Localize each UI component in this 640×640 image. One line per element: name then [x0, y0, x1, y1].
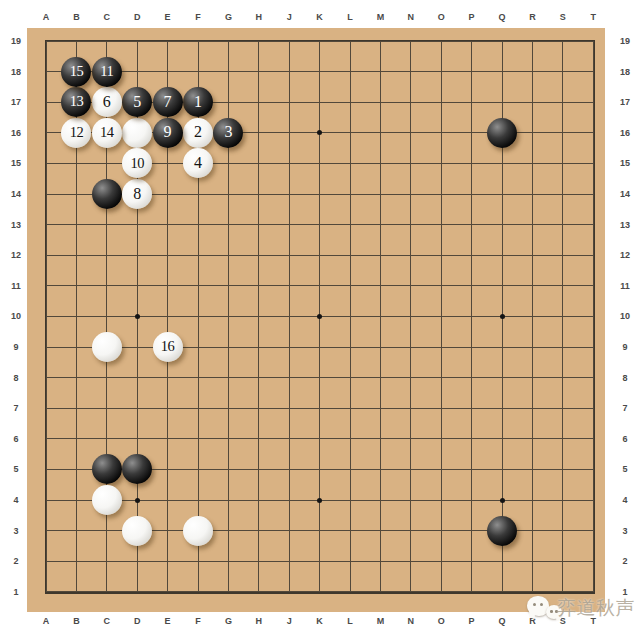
row-label-left-9: 9	[13, 342, 18, 352]
move-number-10: 10	[130, 156, 144, 172]
grid-line-vertical	[380, 41, 381, 592]
stone-white-d15: 10	[122, 148, 152, 178]
col-label-bottom-k: K	[316, 616, 323, 626]
watermark-text: 弈道秋声	[557, 596, 635, 618]
move-number-11: 11	[100, 64, 113, 80]
row-label-right-14: 14	[620, 189, 630, 199]
row-label-right-10: 10	[620, 311, 630, 321]
row-label-left-6: 6	[13, 434, 18, 444]
row-label-right-11: 11	[620, 281, 630, 291]
col-label-bottom-e: E	[165, 616, 171, 626]
row-label-right-19: 19	[620, 36, 630, 46]
stone-black-c5	[92, 454, 122, 484]
move-number-13: 13	[70, 94, 84, 110]
stone-white-d14: 8	[122, 179, 152, 209]
row-label-right-5: 5	[622, 464, 627, 474]
stone-black-b18: 15	[61, 57, 91, 87]
grid-line-vertical	[350, 41, 351, 592]
row-label-left-1: 1	[13, 587, 18, 597]
stone-white-c17: 6	[92, 87, 122, 117]
move-number-7: 7	[164, 94, 172, 111]
row-label-right-15: 15	[620, 158, 630, 168]
col-label-bottom-q: Q	[498, 616, 505, 626]
row-label-left-11: 11	[11, 281, 21, 291]
wechat-icon-eye	[550, 610, 553, 613]
row-label-left-3: 3	[13, 526, 18, 536]
col-label-top-o: O	[438, 12, 445, 22]
move-number-9: 9	[164, 124, 172, 141]
stone-black-e16: 9	[153, 118, 183, 148]
stone-white-f15: 4	[183, 148, 213, 178]
col-label-top-c: C	[104, 12, 111, 22]
col-label-bottom-l: L	[347, 616, 353, 626]
star-point-d10	[135, 314, 140, 319]
star-point-d4	[135, 498, 140, 503]
stone-black-q3	[487, 516, 517, 546]
row-label-left-14: 14	[11, 189, 21, 199]
stone-black-e17: 7	[153, 87, 183, 117]
row-label-left-15: 15	[11, 158, 21, 168]
row-label-right-9: 9	[622, 342, 627, 352]
move-number-6: 6	[103, 94, 111, 111]
go-diagram: 弈道秋声 AABBCCDDEEFFGGHHJJKKLLMMNNOOPPQQRRS…	[0, 0, 640, 640]
grid-line-horizontal	[46, 591, 593, 592]
col-label-top-t: T	[590, 12, 596, 22]
row-label-right-2: 2	[622, 556, 627, 566]
row-label-right-8: 8	[622, 373, 627, 383]
stone-black-d17: 5	[122, 87, 152, 117]
wechat-icon-eye	[533, 603, 536, 606]
move-number-12: 12	[70, 125, 84, 141]
grid-line-horizontal	[46, 377, 593, 378]
col-label-top-a: A	[43, 12, 50, 22]
col-label-top-q: Q	[498, 12, 505, 22]
col-label-top-g: G	[225, 12, 232, 22]
star-point-k10	[317, 314, 322, 319]
row-label-left-7: 7	[13, 403, 18, 413]
watermark: 弈道秋声	[524, 594, 638, 626]
row-label-left-12: 12	[11, 250, 21, 260]
stone-white-d3	[122, 516, 152, 546]
row-label-left-10: 10	[11, 311, 21, 321]
wechat-icon-eye	[540, 603, 543, 606]
col-label-top-f: F	[195, 12, 201, 22]
row-label-right-18: 18	[620, 67, 630, 77]
stone-white-c4	[92, 485, 122, 515]
row-label-left-8: 8	[13, 373, 18, 383]
grid-line-vertical	[593, 41, 594, 592]
col-label-top-m: M	[377, 12, 385, 22]
move-number-4: 4	[194, 155, 202, 172]
col-label-bottom-a: A	[43, 616, 50, 626]
grid-line-horizontal	[46, 408, 593, 409]
row-label-left-4: 4	[13, 495, 18, 505]
stone-black-g16: 3	[213, 118, 243, 148]
stone-black-d5	[122, 454, 152, 484]
col-label-top-h: H	[256, 12, 263, 22]
move-number-14: 14	[100, 125, 114, 141]
col-label-bottom-h: H	[256, 616, 263, 626]
row-label-left-16: 16	[11, 128, 21, 138]
move-number-1: 1	[194, 94, 202, 111]
col-label-bottom-d: D	[134, 616, 141, 626]
grid-line-vertical	[532, 41, 533, 592]
stone-white-b16: 12	[61, 118, 91, 148]
grid-line-vertical	[410, 41, 411, 592]
grid-line-horizontal	[46, 438, 593, 439]
stone-white-e9: 16	[153, 332, 183, 362]
stone-black-c18: 11	[92, 57, 122, 87]
move-number-3: 3	[224, 124, 232, 141]
col-label-bottom-j: J	[287, 616, 292, 626]
stone-white-c16: 14	[92, 118, 122, 148]
col-label-top-d: D	[134, 12, 141, 22]
move-number-15: 15	[70, 64, 84, 80]
col-label-bottom-o: O	[438, 616, 445, 626]
stone-white-d16	[122, 118, 152, 148]
row-label-left-5: 5	[13, 464, 18, 474]
star-point-q10	[500, 314, 505, 319]
grid-line-horizontal	[46, 347, 593, 348]
move-number-5: 5	[133, 94, 141, 111]
col-label-top-l: L	[347, 12, 353, 22]
row-label-right-12: 12	[620, 250, 630, 260]
stone-black-q16	[487, 118, 517, 148]
col-label-top-r: R	[529, 12, 536, 22]
grid-line-vertical	[441, 41, 442, 592]
grid-line-horizontal	[46, 561, 593, 562]
star-point-k4	[317, 498, 322, 503]
col-label-top-e: E	[165, 12, 171, 22]
row-label-left-18: 18	[11, 67, 21, 77]
stone-black-f17: 1	[183, 87, 213, 117]
row-label-right-6: 6	[622, 434, 627, 444]
row-label-left-17: 17	[11, 97, 21, 107]
grid-line-vertical	[562, 41, 563, 592]
col-label-top-j: J	[287, 12, 292, 22]
col-label-top-b: B	[73, 12, 80, 22]
col-label-bottom-n: N	[408, 616, 415, 626]
col-label-bottom-f: F	[195, 616, 201, 626]
row-label-right-7: 7	[622, 403, 627, 413]
col-label-bottom-g: G	[225, 616, 232, 626]
row-label-left-19: 19	[11, 36, 21, 46]
row-label-left-2: 2	[13, 556, 18, 566]
col-label-bottom-b: B	[73, 616, 80, 626]
star-point-q4	[500, 498, 505, 503]
row-label-right-17: 17	[620, 97, 630, 107]
move-number-16: 16	[161, 339, 175, 355]
grid-line-vertical	[471, 41, 472, 592]
col-label-top-s: S	[560, 12, 566, 22]
row-label-right-3: 3	[622, 526, 627, 536]
col-label-top-n: N	[408, 12, 415, 22]
col-label-bottom-c: C	[104, 616, 111, 626]
stone-black-c14	[92, 179, 122, 209]
row-label-right-4: 4	[622, 495, 627, 505]
col-label-bottom-m: M	[377, 616, 385, 626]
stone-black-b17: 13	[61, 87, 91, 117]
move-number-8: 8	[133, 186, 141, 203]
col-label-top-p: P	[469, 12, 475, 22]
stone-white-f3	[183, 516, 213, 546]
row-label-left-13: 13	[11, 220, 21, 230]
stone-white-f16: 2	[183, 118, 213, 148]
move-number-2: 2	[194, 124, 202, 141]
col-label-bottom-p: P	[469, 616, 475, 626]
stone-white-c9	[92, 332, 122, 362]
col-label-top-k: K	[316, 12, 323, 22]
row-label-right-13: 13	[620, 220, 630, 230]
row-label-right-16: 16	[620, 128, 630, 138]
